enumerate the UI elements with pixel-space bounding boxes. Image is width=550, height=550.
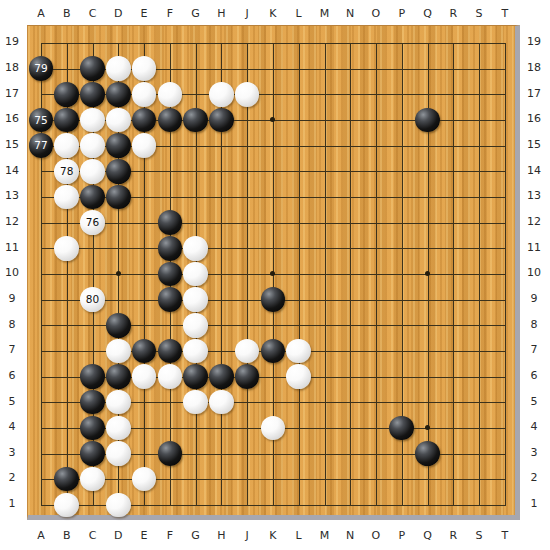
row-label-18: 18 <box>5 55 19 81</box>
black-stone-E7 <box>132 339 157 364</box>
black-stone-J6 <box>235 364 260 389</box>
col-label-A: A <box>37 529 45 543</box>
col-label-D: D <box>114 7 122 21</box>
row-label-3: 3 <box>531 440 538 466</box>
col-label-L: L <box>296 7 302 21</box>
white-stone-B14: 78 <box>54 159 79 184</box>
white-stone-C14 <box>80 159 105 184</box>
row-label-5: 5 <box>531 389 538 415</box>
go-diagram: ABCDEFGHJKLMNOPQRST 19181716151413121110… <box>0 0 550 550</box>
row-label-2: 2 <box>531 465 538 491</box>
black-stone-P4 <box>389 416 414 441</box>
white-stone-G10 <box>183 262 208 287</box>
row-label-1: 1 <box>9 491 16 517</box>
black-stone-C17 <box>80 82 105 107</box>
white-stone-C16 <box>80 108 105 133</box>
black-stone-A15: 77 <box>29 133 54 158</box>
white-stone-J7 <box>235 339 260 364</box>
white-stone-B15 <box>54 133 79 158</box>
row-label-9: 9 <box>9 286 16 312</box>
black-stone-D17 <box>106 82 131 107</box>
row-label-11: 11 <box>527 235 541 261</box>
black-stone-F3 <box>158 441 183 466</box>
col-label-P: P <box>398 7 405 21</box>
row-label-12: 12 <box>5 209 19 235</box>
col-label-E: E <box>141 7 148 21</box>
black-stone-F7 <box>158 339 183 364</box>
row-label-7: 7 <box>531 337 538 363</box>
row-label-16: 16 <box>5 106 19 132</box>
row-labels-right: 19181716151413121110987654321 <box>522 29 546 517</box>
white-stone-C9: 80 <box>80 287 105 312</box>
black-stone-B17 <box>54 82 79 107</box>
col-label-G: G <box>191 7 200 21</box>
white-stone-H5 <box>209 390 234 415</box>
col-label-R: R <box>449 529 457 543</box>
white-stone-D16 <box>106 108 131 133</box>
row-label-8: 8 <box>531 312 538 338</box>
white-stone-D5 <box>106 390 131 415</box>
white-stone-H17 <box>209 82 234 107</box>
row-label-13: 13 <box>527 183 541 209</box>
col-label-R: R <box>449 7 457 21</box>
white-stone-E2 <box>132 467 157 492</box>
black-stone-B16 <box>54 108 79 133</box>
row-label-5: 5 <box>9 389 16 415</box>
black-stone-F10 <box>158 262 183 287</box>
col-label-Q: Q <box>423 7 432 21</box>
white-stone-E6 <box>132 364 157 389</box>
black-stone-C13 <box>80 185 105 210</box>
black-stone-A18: 79 <box>29 56 54 81</box>
col-label-B: B <box>63 7 71 21</box>
black-stone-F16 <box>158 108 183 133</box>
row-label-4: 4 <box>531 414 538 440</box>
column-labels-top: ABCDEFGHJKLMNOPQRST <box>28 7 518 21</box>
white-stone-B11 <box>54 236 79 261</box>
col-label-E: E <box>141 529 148 543</box>
white-stone-G5 <box>183 390 208 415</box>
row-label-16: 16 <box>527 106 541 132</box>
go-board: 797577787680 <box>27 25 520 520</box>
black-stone-C4 <box>80 416 105 441</box>
col-label-M: M <box>320 7 330 21</box>
white-stone-L6 <box>286 364 311 389</box>
col-label-F: F <box>167 7 173 21</box>
stones-layer: 797577787680 <box>28 30 518 517</box>
black-stone-F11 <box>158 236 183 261</box>
row-label-17: 17 <box>5 81 19 107</box>
black-stone-G16 <box>183 108 208 133</box>
row-label-2: 2 <box>9 465 16 491</box>
white-stone-C2 <box>80 467 105 492</box>
black-stone-C18 <box>80 56 105 81</box>
column-labels-bottom: ABCDEFGHJKLMNOPQRST <box>28 529 518 543</box>
black-stone-K7 <box>261 339 286 364</box>
white-stone-F17 <box>158 82 183 107</box>
col-label-T: T <box>501 7 508 21</box>
col-label-G: G <box>191 529 200 543</box>
black-stone-D15 <box>106 133 131 158</box>
row-label-7: 7 <box>9 337 16 363</box>
black-stone-F12 <box>158 210 183 235</box>
white-stone-J17 <box>235 82 260 107</box>
black-stone-G6 <box>183 364 208 389</box>
white-stone-E17 <box>132 82 157 107</box>
black-stone-C6 <box>80 364 105 389</box>
white-stone-B1 <box>54 493 79 518</box>
row-label-15: 15 <box>527 132 541 158</box>
white-stone-E15 <box>132 133 157 158</box>
col-label-J: J <box>245 529 248 543</box>
col-label-F: F <box>167 529 173 543</box>
row-label-10: 10 <box>5 260 19 286</box>
row-label-17: 17 <box>527 81 541 107</box>
row-label-19: 19 <box>5 29 19 55</box>
row-label-6: 6 <box>531 363 538 389</box>
white-stone-F6 <box>158 364 183 389</box>
white-stone-D18 <box>106 56 131 81</box>
white-stone-G8 <box>183 313 208 338</box>
black-stone-F9 <box>158 287 183 312</box>
col-label-L: L <box>296 529 302 543</box>
col-label-M: M <box>320 529 330 543</box>
col-label-O: O <box>372 7 381 21</box>
row-label-14: 14 <box>527 158 541 184</box>
white-stone-B13 <box>54 185 79 210</box>
row-label-15: 15 <box>5 132 19 158</box>
black-stone-A16: 75 <box>29 108 54 133</box>
col-label-N: N <box>346 7 354 21</box>
white-stone-C15 <box>80 133 105 158</box>
col-label-D: D <box>114 529 122 543</box>
white-stone-D4 <box>106 416 131 441</box>
row-label-6: 6 <box>9 363 16 389</box>
col-label-N: N <box>346 529 354 543</box>
black-stone-H6 <box>209 364 234 389</box>
col-label-S: S <box>476 7 483 21</box>
white-stone-G7 <box>183 339 208 364</box>
col-label-B: B <box>63 529 71 543</box>
row-label-3: 3 <box>9 440 16 466</box>
col-label-Q: Q <box>423 529 432 543</box>
white-stone-G9 <box>183 287 208 312</box>
col-label-H: H <box>217 7 225 21</box>
row-label-12: 12 <box>527 209 541 235</box>
col-label-K: K <box>269 7 276 21</box>
white-stone-G11 <box>183 236 208 261</box>
black-stone-Q16 <box>415 108 440 133</box>
black-stone-Q3 <box>415 441 440 466</box>
col-label-C: C <box>89 7 97 21</box>
white-stone-L7 <box>286 339 311 364</box>
white-stone-D1 <box>106 493 131 518</box>
white-stone-C12: 76 <box>80 210 105 235</box>
black-stone-D13 <box>106 185 131 210</box>
row-label-10: 10 <box>527 260 541 286</box>
black-stone-D14 <box>106 159 131 184</box>
row-label-9: 9 <box>531 286 538 312</box>
black-stone-D6 <box>106 364 131 389</box>
col-label-O: O <box>372 529 381 543</box>
white-stone-K4 <box>261 416 286 441</box>
row-label-11: 11 <box>5 235 19 261</box>
black-stone-C5 <box>80 390 105 415</box>
col-label-S: S <box>476 529 483 543</box>
row-label-14: 14 <box>5 158 19 184</box>
row-label-1: 1 <box>531 491 538 517</box>
col-label-A: A <box>37 7 45 21</box>
col-label-T: T <box>501 529 508 543</box>
white-stone-D3 <box>106 441 131 466</box>
row-label-19: 19 <box>527 29 541 55</box>
col-label-P: P <box>398 529 405 543</box>
col-label-H: H <box>217 529 225 543</box>
row-label-8: 8 <box>9 312 16 338</box>
row-label-13: 13 <box>5 183 19 209</box>
black-stone-H16 <box>209 108 234 133</box>
col-label-K: K <box>269 529 276 543</box>
col-label-C: C <box>89 529 97 543</box>
col-label-J: J <box>245 7 248 21</box>
white-stone-E18 <box>132 56 157 81</box>
row-label-4: 4 <box>9 414 16 440</box>
row-label-18: 18 <box>527 55 541 81</box>
white-stone-D7 <box>106 339 131 364</box>
row-labels-left: 19181716151413121110987654321 <box>0 29 24 517</box>
black-stone-C3 <box>80 441 105 466</box>
black-stone-E16 <box>132 108 157 133</box>
black-stone-D8 <box>106 313 131 338</box>
black-stone-K9 <box>261 287 286 312</box>
black-stone-B2 <box>54 467 79 492</box>
